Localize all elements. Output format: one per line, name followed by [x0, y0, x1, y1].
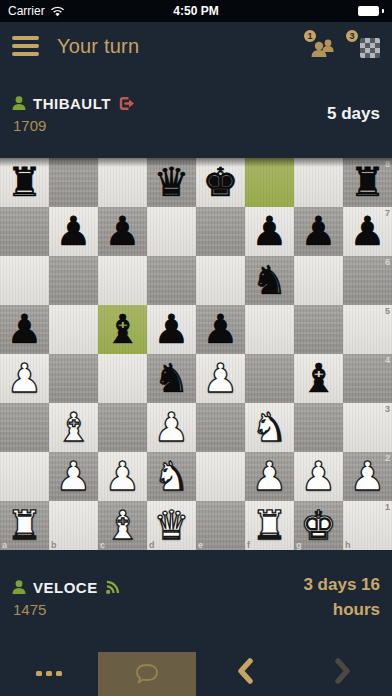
file-label: c — [100, 540, 105, 550]
white-pawn: ♟ — [294, 452, 343, 501]
rank-label: 3 — [385, 404, 390, 414]
file-label: b — [51, 540, 57, 550]
square-b7[interactable]: ♟ — [49, 207, 98, 256]
square-g5[interactable] — [294, 305, 343, 354]
square-h1[interactable]: 1h — [343, 501, 392, 550]
white-queen: ♛ — [147, 501, 196, 550]
previous-button[interactable] — [196, 646, 294, 696]
white-rook: ♜ — [0, 501, 49, 550]
rank-label: 7 — [385, 208, 390, 218]
bottom-toolbar — [0, 646, 392, 696]
square-e3[interactable] — [196, 403, 245, 452]
black-knight: ♞ — [147, 354, 196, 403]
app-screen: Carrier 4:50 PM Your turn 1 — [0, 0, 392, 696]
white-king: ♚ — [294, 501, 343, 550]
black-rook: ♜ — [343, 158, 392, 207]
rank-label: 4 — [385, 355, 390, 365]
white-pawn: ♟ — [343, 452, 392, 501]
square-h3[interactable]: 3 — [343, 403, 392, 452]
square-g4[interactable]: ♝ — [294, 354, 343, 403]
square-f1[interactable]: f♜ — [245, 501, 294, 550]
square-e7[interactable] — [196, 207, 245, 256]
square-a4[interactable]: ♟ — [0, 354, 49, 403]
square-c8[interactable] — [98, 158, 147, 207]
square-c5[interactable]: ♝ — [98, 305, 147, 354]
sign-out-icon — [118, 96, 135, 111]
white-pawn: ♟ — [196, 354, 245, 403]
square-d2[interactable]: ♞ — [147, 452, 196, 501]
square-d1[interactable]: d♛ — [147, 501, 196, 550]
square-b1[interactable]: b — [49, 501, 98, 550]
square-b4[interactable] — [49, 354, 98, 403]
square-f6[interactable]: ♞ — [245, 256, 294, 305]
player-icon — [12, 580, 26, 595]
square-d8[interactable]: ♛ — [147, 158, 196, 207]
square-a5[interactable]: ♟ — [0, 305, 49, 354]
square-a6[interactable] — [0, 256, 49, 305]
white-bishop: ♝ — [98, 501, 147, 550]
black-bishop: ♝ — [294, 354, 343, 403]
clock-time: 4:50 PM — [0, 4, 392, 18]
black-knight: ♞ — [245, 256, 294, 305]
square-e1[interactable]: e — [196, 501, 245, 550]
square-g2[interactable]: ♟ — [294, 452, 343, 501]
more-button[interactable] — [0, 646, 98, 696]
square-h6[interactable]: 6 — [343, 256, 392, 305]
square-g6[interactable] — [294, 256, 343, 305]
status-bar: Carrier 4:50 PM — [0, 0, 392, 22]
opponent-rating: 1709 — [13, 117, 135, 134]
opponent-bar: THIBAULT 1709 5 days — [0, 70, 392, 158]
player-name: VELOCE — [33, 579, 98, 596]
square-b3[interactable]: ♝ — [49, 403, 98, 452]
square-g3[interactable] — [294, 403, 343, 452]
square-a8[interactable]: ♜ — [0, 158, 49, 207]
black-pawn: ♟ — [245, 207, 294, 256]
black-queen: ♛ — [147, 158, 196, 207]
square-h8[interactable]: 8♜ — [343, 158, 392, 207]
square-d3[interactable]: ♟ — [147, 403, 196, 452]
square-a2[interactable] — [0, 452, 49, 501]
square-h5[interactable]: 5 — [343, 305, 392, 354]
square-h7[interactable]: 7♟ — [343, 207, 392, 256]
chevron-left-icon — [237, 658, 253, 684]
file-label: e — [198, 540, 203, 550]
white-rook: ♜ — [245, 501, 294, 550]
white-bishop: ♝ — [49, 403, 98, 452]
square-d7[interactable] — [147, 207, 196, 256]
rank-label: 1 — [385, 502, 390, 512]
square-e6[interactable] — [196, 256, 245, 305]
square-d5[interactable]: ♟ — [147, 305, 196, 354]
app-header: Your turn 1 3 — [0, 22, 392, 70]
white-pawn: ♟ — [245, 452, 294, 501]
black-rook: ♜ — [0, 158, 49, 207]
opponent-clock: 5 days — [327, 104, 380, 124]
black-pawn: ♟ — [294, 207, 343, 256]
rss-icon — [105, 580, 121, 595]
checkerboard-icon — [360, 38, 380, 58]
square-c7[interactable]: ♟ — [98, 207, 147, 256]
rank-label: 6 — [385, 257, 390, 267]
square-d6[interactable] — [147, 256, 196, 305]
square-c4[interactable] — [98, 354, 147, 403]
white-pawn: ♟ — [49, 452, 98, 501]
square-f8[interactable] — [245, 158, 294, 207]
square-g7[interactable]: ♟ — [294, 207, 343, 256]
black-bishop: ♝ — [98, 305, 147, 354]
player-clock: 3 days 16 hours — [278, 573, 380, 622]
square-c1[interactable]: c♝ — [98, 501, 147, 550]
square-f2[interactable]: ♟ — [245, 452, 294, 501]
square-c2[interactable]: ♟ — [98, 452, 147, 501]
page-title: Your turn — [57, 35, 139, 58]
square-c6[interactable] — [98, 256, 147, 305]
chat-button[interactable] — [98, 652, 196, 696]
chess-board[interactable]: ♜♛♚8♜♟♟♟♟7♟♞6♟♝♟♟5♟♞♟♝4♝♟♞3♟♟♞♟♟2♟a♜bc♝d… — [0, 158, 392, 550]
white-pawn: ♟ — [0, 354, 49, 403]
black-pawn: ♟ — [147, 305, 196, 354]
square-a3[interactable] — [0, 403, 49, 452]
square-h4[interactable]: 4 — [343, 354, 392, 403]
square-a7[interactable] — [0, 207, 49, 256]
file-label: h — [345, 540, 351, 550]
player-bar: VELOCE 1475 3 days 16 hours — [0, 550, 392, 646]
square-f5[interactable] — [245, 305, 294, 354]
black-pawn: ♟ — [343, 207, 392, 256]
file-label: g — [296, 540, 302, 550]
square-a1[interactable]: a♜ — [0, 501, 49, 550]
black-pawn: ♟ — [196, 305, 245, 354]
square-e4[interactable]: ♟ — [196, 354, 245, 403]
file-label: a — [2, 540, 7, 550]
chat-icon — [133, 662, 161, 686]
square-e5[interactable]: ♟ — [196, 305, 245, 354]
rank-label: 2 — [385, 453, 390, 463]
square-d4[interactable]: ♞ — [147, 354, 196, 403]
square-b2[interactable]: ♟ — [49, 452, 98, 501]
black-king: ♚ — [196, 158, 245, 207]
square-b5[interactable] — [49, 305, 98, 354]
rank-label: 8 — [385, 159, 390, 169]
square-b8[interactable] — [49, 158, 98, 207]
player-icon — [12, 96, 26, 111]
chevron-right-icon — [335, 658, 351, 684]
players-button[interactable]: 1 — [308, 32, 338, 60]
games-badge: 3 — [344, 28, 360, 44]
more-icon — [36, 671, 62, 676]
next-button[interactable] — [294, 646, 392, 696]
square-c3[interactable] — [98, 403, 147, 452]
rank-label: 5 — [385, 306, 390, 316]
games-button[interactable]: 3 — [350, 32, 380, 60]
player-rating: 1475 — [13, 601, 121, 618]
file-label: d — [149, 540, 155, 550]
square-e2[interactable] — [196, 452, 245, 501]
square-e8[interactable]: ♚ — [196, 158, 245, 207]
square-f4[interactable] — [245, 354, 294, 403]
file-label: f — [247, 540, 250, 550]
square-b6[interactable] — [49, 256, 98, 305]
white-knight: ♞ — [147, 452, 196, 501]
square-f3[interactable]: ♞ — [245, 403, 294, 452]
opponent-name: THIBAULT — [33, 95, 111, 112]
square-g8[interactable] — [294, 158, 343, 207]
white-knight: ♞ — [245, 403, 294, 452]
black-pawn: ♟ — [49, 207, 98, 256]
black-pawn: ♟ — [98, 207, 147, 256]
players-badge: 1 — [302, 28, 318, 44]
square-h2[interactable]: 2♟ — [343, 452, 392, 501]
white-pawn: ♟ — [98, 452, 147, 501]
square-g1[interactable]: g♚ — [294, 501, 343, 550]
square-f7[interactable]: ♟ — [245, 207, 294, 256]
menu-button[interactable] — [12, 36, 39, 56]
white-pawn: ♟ — [147, 403, 196, 452]
black-pawn: ♟ — [0, 305, 49, 354]
